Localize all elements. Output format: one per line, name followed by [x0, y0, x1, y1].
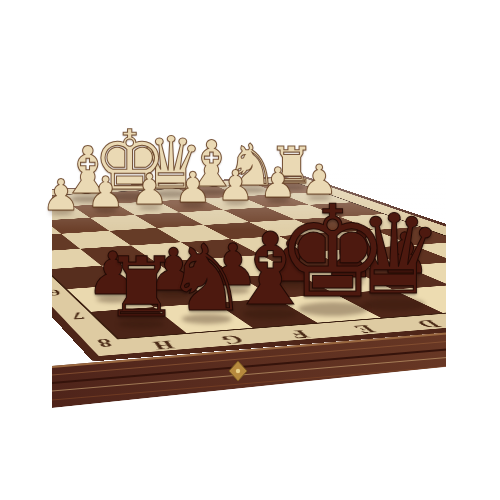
- crop-mask-bottom: [0, 367, 446, 500]
- piece-white-pawn-g2[interactable]: ♟: [42, 173, 81, 216]
- crop-mask-left: [0, 0, 52, 500]
- piece-white-pawn-c2[interactable]: ♟: [217, 164, 254, 206]
- piece-white-pawn-d2[interactable]: ♟: [174, 167, 212, 209]
- crop-mask-right: [446, 0, 500, 500]
- piece-white-pawn-e2[interactable]: ♟: [131, 169, 169, 211]
- piece-white-pawn-f2[interactable]: ♟: [86, 171, 124, 214]
- chess-set-photo: HGFEDCBA12345678 ♝♚♛♝♞♜♟♟♟♟♟♟♟♟♟♟♟♟♟♜♞♝♚…: [0, 0, 500, 500]
- piece-black-rook-h8[interactable]: ♜: [104, 246, 178, 329]
